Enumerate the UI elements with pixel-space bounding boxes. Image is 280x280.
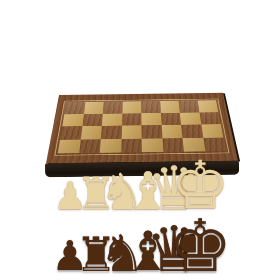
chessboard-grid <box>58 100 226 153</box>
board-square <box>179 101 199 113</box>
board-square <box>79 139 101 153</box>
board-square <box>60 126 82 139</box>
board-square <box>102 113 122 126</box>
board-square <box>58 139 81 153</box>
board-square <box>160 101 180 113</box>
board-square <box>161 112 182 125</box>
board-square <box>64 102 85 114</box>
board-square <box>121 125 141 138</box>
board-square <box>161 125 182 138</box>
board-square <box>122 113 142 126</box>
board-square <box>100 139 121 153</box>
product-photo: ♟♜♞♝♛♚♟♜♞♝♛♚ <box>0 0 280 280</box>
board-square <box>121 138 142 152</box>
board-square <box>141 101 160 113</box>
board-square <box>62 114 83 127</box>
board-square <box>122 101 141 113</box>
board-square <box>181 124 203 137</box>
board-square <box>197 100 218 112</box>
board-square <box>141 125 162 138</box>
board-square <box>84 102 104 114</box>
board-square <box>199 112 221 125</box>
board-square <box>141 113 161 126</box>
board-square <box>180 112 201 125</box>
black-king: ♚ <box>168 210 233 280</box>
board-square <box>101 126 122 139</box>
board-square <box>80 126 101 139</box>
board-square <box>82 114 103 127</box>
folded-chessboard <box>43 35 239 148</box>
board-square <box>201 124 223 137</box>
board-square <box>142 138 163 152</box>
board-square <box>103 102 123 114</box>
